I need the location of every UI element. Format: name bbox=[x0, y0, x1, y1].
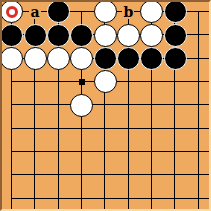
black-stone bbox=[47, 0, 70, 23]
black-stone bbox=[164, 24, 187, 47]
black-stone bbox=[164, 47, 187, 70]
white-stone bbox=[94, 0, 117, 23]
white-stone bbox=[94, 70, 117, 93]
white-stone bbox=[70, 47, 93, 70]
white-stone bbox=[140, 24, 163, 47]
black-stone bbox=[24, 24, 47, 47]
point-label: a bbox=[29, 4, 41, 19]
white-stone bbox=[117, 24, 140, 47]
white-stone bbox=[70, 94, 93, 117]
white-stone bbox=[47, 47, 70, 70]
white-stone bbox=[24, 47, 47, 70]
black-stone bbox=[47, 24, 70, 47]
black-stone bbox=[94, 47, 117, 70]
black-stone bbox=[117, 47, 140, 70]
red-circle-marker bbox=[6, 6, 18, 18]
black-stone bbox=[70, 24, 93, 47]
white-stone bbox=[94, 24, 117, 47]
hoshi-point bbox=[79, 79, 85, 85]
black-stone bbox=[0, 24, 23, 47]
go-board: ab bbox=[0, 0, 211, 211]
black-stone bbox=[140, 47, 163, 70]
white-stone bbox=[0, 47, 23, 70]
point-label: b bbox=[122, 4, 134, 19]
black-stone bbox=[164, 0, 187, 23]
